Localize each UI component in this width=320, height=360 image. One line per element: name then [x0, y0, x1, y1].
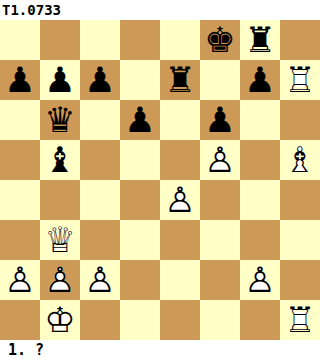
square-g2[interactable]: ♟♙ [240, 260, 280, 300]
black-piece-glyph: ♟ [200, 100, 240, 140]
square-a5[interactable] [0, 140, 40, 180]
square-b1[interactable]: ♚♔ [40, 300, 80, 340]
square-a4[interactable] [0, 180, 40, 220]
black-pawn-icon: ♟ [40, 60, 80, 100]
black-rook-icon: ♜ [160, 60, 200, 100]
square-c1[interactable] [80, 300, 120, 340]
square-c5[interactable] [80, 140, 120, 180]
square-g6[interactable] [240, 100, 280, 140]
white-piece-outline: ♔ [40, 300, 80, 340]
square-c2[interactable]: ♟♙ [80, 260, 120, 300]
chess-board: ♚♜♟♟♟♜♟♜♖♛♟♟♝♟♙♝♗♟♙♛♕♟♙♟♙♟♙♟♙♚♔♜♖ [0, 20, 320, 340]
square-e3[interactable] [160, 220, 200, 260]
square-a3[interactable] [0, 220, 40, 260]
white-piece-outline: ♙ [0, 260, 40, 300]
square-e5[interactable] [160, 140, 200, 180]
square-e6[interactable] [160, 100, 200, 140]
square-b7[interactable]: ♟ [40, 60, 80, 100]
square-h4[interactable] [280, 180, 320, 220]
square-h1[interactable]: ♜♖ [280, 300, 320, 340]
square-d2[interactable] [120, 260, 160, 300]
square-d8[interactable] [120, 20, 160, 60]
black-piece-glyph: ♟ [240, 60, 280, 100]
square-g5[interactable] [240, 140, 280, 180]
square-a6[interactable] [0, 100, 40, 140]
title-bar: T1.0733 [0, 0, 320, 20]
white-piece-outline: ♙ [80, 260, 120, 300]
white-piece-outline: ♕ [40, 220, 80, 260]
square-d5[interactable] [120, 140, 160, 180]
square-f8[interactable]: ♚ [200, 20, 240, 60]
white-pawn-icon: ♟♙ [0, 260, 40, 300]
square-f6[interactable]: ♟ [200, 100, 240, 140]
black-piece-glyph: ♟ [0, 60, 40, 100]
square-g4[interactable] [240, 180, 280, 220]
square-b4[interactable] [40, 180, 80, 220]
black-pawn-icon: ♟ [0, 60, 40, 100]
square-h6[interactable] [280, 100, 320, 140]
black-piece-glyph: ♛ [40, 100, 80, 140]
square-d4[interactable] [120, 180, 160, 220]
white-pawn-icon: ♟♙ [40, 260, 80, 300]
square-h7[interactable]: ♜♖ [280, 60, 320, 100]
white-piece-outline: ♙ [200, 140, 240, 180]
white-piece-outline: ♗ [280, 140, 320, 180]
square-c8[interactable] [80, 20, 120, 60]
move-prompt: 1. ? [8, 340, 44, 360]
square-h2[interactable] [280, 260, 320, 300]
black-piece-glyph: ♟ [80, 60, 120, 100]
square-d7[interactable] [120, 60, 160, 100]
white-king-icon: ♚♔ [40, 300, 80, 340]
white-piece-outline: ♖ [280, 300, 320, 340]
black-pawn-icon: ♟ [80, 60, 120, 100]
square-g1[interactable] [240, 300, 280, 340]
square-d1[interactable] [120, 300, 160, 340]
black-pawn-icon: ♟ [240, 60, 280, 100]
square-a8[interactable] [0, 20, 40, 60]
square-e2[interactable] [160, 260, 200, 300]
square-b6[interactable]: ♛ [40, 100, 80, 140]
square-d6[interactable]: ♟ [120, 100, 160, 140]
square-f5[interactable]: ♟♙ [200, 140, 240, 180]
square-h8[interactable] [280, 20, 320, 60]
white-pawn-icon: ♟♙ [80, 260, 120, 300]
square-h5[interactable]: ♝♗ [280, 140, 320, 180]
white-rook-icon: ♜♖ [280, 60, 320, 100]
white-rook-icon: ♜♖ [280, 300, 320, 340]
square-b2[interactable]: ♟♙ [40, 260, 80, 300]
square-f4[interactable] [200, 180, 240, 220]
square-f7[interactable] [200, 60, 240, 100]
white-pawn-icon: ♟♙ [200, 140, 240, 180]
status-bar: 1. ? [0, 340, 320, 360]
square-f1[interactable] [200, 300, 240, 340]
square-f3[interactable] [200, 220, 240, 260]
black-king-icon: ♚ [200, 20, 240, 60]
white-piece-outline: ♙ [160, 180, 200, 220]
black-queen-icon: ♛ [40, 100, 80, 140]
black-bishop-icon: ♝ [40, 140, 80, 180]
square-e7[interactable]: ♜ [160, 60, 200, 100]
black-piece-glyph: ♜ [240, 20, 280, 60]
black-pawn-icon: ♟ [200, 100, 240, 140]
square-g8[interactable]: ♜ [240, 20, 280, 60]
square-a7[interactable]: ♟ [0, 60, 40, 100]
square-e8[interactable] [160, 20, 200, 60]
square-a2[interactable]: ♟♙ [0, 260, 40, 300]
white-pawn-icon: ♟♙ [160, 180, 200, 220]
square-d3[interactable] [120, 220, 160, 260]
black-rook-icon: ♜ [240, 20, 280, 60]
white-bishop-icon: ♝♗ [280, 140, 320, 180]
white-piece-outline: ♙ [240, 260, 280, 300]
white-queen-icon: ♛♕ [40, 220, 80, 260]
black-pawn-icon: ♟ [120, 100, 160, 140]
square-c6[interactable] [80, 100, 120, 140]
square-c7[interactable]: ♟ [80, 60, 120, 100]
white-piece-outline: ♙ [40, 260, 80, 300]
black-piece-glyph: ♟ [40, 60, 80, 100]
square-a1[interactable] [0, 300, 40, 340]
square-b5[interactable]: ♝ [40, 140, 80, 180]
square-h3[interactable] [280, 220, 320, 260]
black-piece-glyph: ♚ [200, 20, 240, 60]
square-c3[interactable] [80, 220, 120, 260]
white-piece-outline: ♖ [280, 60, 320, 100]
square-c4[interactable] [80, 180, 120, 220]
black-piece-glyph: ♟ [120, 100, 160, 140]
puzzle-title: T1.0733 [2, 1, 61, 19]
black-piece-glyph: ♝ [40, 140, 80, 180]
square-b3[interactable]: ♛♕ [40, 220, 80, 260]
square-e4[interactable]: ♟♙ [160, 180, 200, 220]
white-pawn-icon: ♟♙ [240, 260, 280, 300]
square-e1[interactable] [160, 300, 200, 340]
square-g3[interactable] [240, 220, 280, 260]
black-piece-glyph: ♜ [160, 60, 200, 100]
square-g7[interactable]: ♟ [240, 60, 280, 100]
square-b8[interactable] [40, 20, 80, 60]
square-f2[interactable] [200, 260, 240, 300]
